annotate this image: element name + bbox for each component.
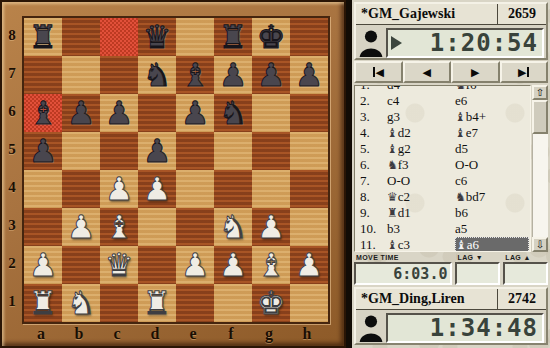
top-player-name-row: *GM_Gajewski 2659	[356, 4, 546, 25]
move-cell-1-black[interactable]: ♞f6	[455, 85, 529, 93]
square-f8[interactable]: ♜	[214, 18, 252, 56]
black-pawn-c6: ♟	[100, 94, 138, 132]
move-row-5: 5.♝g2d5	[355, 141, 530, 157]
move-cell-3-black[interactable]: ♝b4+	[455, 109, 529, 125]
top-player-lcd-clock: 1:20:54	[386, 28, 544, 58]
white-knight-f3: ♞	[214, 208, 252, 246]
square-d1[interactable]: ♜	[138, 284, 176, 322]
square-d7[interactable]: ♞	[138, 56, 176, 94]
move-list-scrollbar[interactable]: ⇧ ⇩	[532, 85, 548, 252]
move-cell-8-black[interactable]: ♞bd7	[455, 189, 529, 205]
white-bishop-c3: ♝	[100, 208, 138, 246]
square-d8[interactable]: ♛	[138, 18, 176, 56]
move-number: 3.	[355, 109, 387, 125]
figurine-b-icon: ♝	[455, 110, 466, 124]
move-cell-2-black[interactable]: e6	[455, 93, 529, 109]
square-c7[interactable]	[100, 56, 138, 94]
lag-received-group: LAG ▼	[455, 253, 500, 285]
move-cell-10-white[interactable]: b3	[387, 221, 455, 237]
square-b4[interactable]	[62, 170, 100, 208]
move-row-8: 8.♛c2♞bd7	[355, 189, 530, 205]
black-pawn-b6: ♟	[62, 94, 100, 132]
top-player-name: *GM_Gajewski	[356, 4, 497, 24]
black-knight-f6: ♞	[214, 94, 252, 132]
bottom-player-clock-row: 1:34:48	[356, 310, 546, 346]
square-e3[interactable]	[176, 208, 214, 246]
move-cell-4-white[interactable]: ♝d2	[387, 125, 455, 141]
rank-label-3: 3	[2, 206, 22, 244]
move-cell-4-black[interactable]: ♝e7	[455, 125, 529, 141]
square-h1[interactable]	[290, 284, 328, 322]
move-cell-10-black[interactable]: a5	[455, 221, 529, 237]
square-a6[interactable]: ♝	[24, 94, 62, 132]
black-queen-d8: ♛	[138, 18, 176, 56]
white-rook-a1: ♜	[24, 284, 62, 322]
square-g6[interactable]	[252, 94, 290, 132]
skip-to-end-icon: ▶	[518, 67, 526, 78]
move-time-field: 6:03.0	[354, 262, 452, 285]
square-f6[interactable]: ♞	[214, 94, 252, 132]
square-b2[interactable]	[62, 246, 100, 284]
file-label-b: b	[60, 322, 98, 348]
square-e2[interactable]: ♟	[176, 246, 214, 284]
white-pawn-g3: ♟	[252, 208, 290, 246]
rank-label-7: 7	[2, 54, 22, 92]
top-player-clock-row: 1:20:54	[356, 25, 546, 61]
file-label-a: a	[22, 322, 60, 348]
rank-label-1: 1	[2, 282, 22, 320]
figurine-b-icon: ♝	[455, 126, 466, 140]
move-row-2: 2.c4e6	[355, 93, 530, 109]
white-pawn-f2: ♟	[214, 246, 252, 284]
square-g7[interactable]: ♟	[252, 56, 290, 94]
move-cell-11-white[interactable]: ♝c3	[387, 237, 455, 252]
white-pawn-d4: ♟	[138, 170, 176, 208]
figurine-n-icon: ♞	[387, 158, 398, 172]
square-g8[interactable]: ♚	[252, 18, 290, 56]
black-pawn-h7: ♟	[290, 56, 328, 94]
step-back-icon: ◀	[423, 67, 431, 78]
step-forward-icon: ▶	[471, 67, 479, 78]
figurine-n-icon: ♞	[455, 190, 466, 204]
skip-to-start-icon: ◀	[376, 67, 384, 78]
move-cell-9-black[interactable]: b6	[455, 205, 529, 221]
lag-received-field	[455, 262, 500, 285]
square-d4[interactable]: ♟	[138, 170, 176, 208]
square-c1[interactable]	[100, 284, 138, 322]
rank-label-2: 2	[2, 244, 22, 282]
game-panel: *GM_Gajewski 2659 1:20:54 ◀◀▶▶ 1.d4♞f62.…	[351, 0, 550, 348]
square-c6[interactable]: ♟	[100, 94, 138, 132]
nav-previous-button[interactable]: ◀	[403, 61, 452, 83]
square-a4[interactable]	[24, 170, 62, 208]
square-a5[interactable]: ♟	[24, 132, 62, 170]
chess-board: ♜♛♜♚♞♝♟♟♟♝♟♟♟♞♟♟♟♟♟♝♞♟♟♛♟♟♝♟♜♞♜♚	[22, 16, 330, 324]
rank-label-5: 5	[2, 130, 22, 168]
square-b6[interactable]: ♟	[62, 94, 100, 132]
scroll-up-icon[interactable]: ⇧	[532, 85, 548, 100]
black-king-g8: ♚	[252, 18, 290, 56]
move-cell-9-white[interactable]: ♜d1	[387, 205, 455, 221]
white-pawn-e2: ♟	[176, 246, 214, 284]
square-f1[interactable]	[214, 284, 252, 322]
square-f4[interactable]	[214, 170, 252, 208]
black-bishop-a6: ♝	[24, 94, 62, 132]
figurine-b-icon: ♝	[387, 126, 398, 140]
bottom-player-name-row: *GM_Ding,Liren 2742	[356, 289, 546, 310]
black-rook-f8: ♜	[214, 18, 252, 56]
white-pawn-h2: ♟	[290, 246, 328, 284]
white-rook-d1: ♜	[138, 284, 176, 322]
move-number: 11.	[355, 237, 387, 252]
square-b3[interactable]: ♟	[62, 208, 100, 246]
black-pawn-d5: ♟	[138, 132, 176, 170]
rank-label-6: 6	[2, 92, 22, 130]
square-d5[interactable]: ♟	[138, 132, 176, 170]
move-cell-5-white[interactable]: ♝g2	[387, 141, 455, 157]
square-c5[interactable]	[100, 132, 138, 170]
black-bishop-e7: ♝	[176, 56, 214, 94]
white-king-g1: ♚	[252, 284, 290, 322]
white-pawn-b3: ♟	[62, 208, 100, 246]
black-rook-a8: ♜	[24, 18, 62, 56]
square-c3[interactable]: ♝	[100, 208, 138, 246]
move-number: 9.	[355, 205, 387, 221]
black-knight-d7: ♞	[138, 56, 176, 94]
square-d2[interactable]	[138, 246, 176, 284]
square-f5[interactable]	[214, 132, 252, 170]
move-number: 8.	[355, 189, 387, 205]
square-g4[interactable]	[252, 170, 290, 208]
square-a2[interactable]: ♟	[24, 246, 62, 284]
move-cell-7-black[interactable]: c6	[455, 173, 529, 189]
move-row-3: 3.g3♝b4+	[355, 109, 530, 125]
person-icon	[358, 313, 384, 343]
rank-label-8: 8	[2, 16, 22, 54]
bottom-player-name: *GM_Ding,Liren	[356, 289, 497, 309]
move-row-7: 7.O-Oc6	[355, 173, 530, 189]
move-cell-8-white[interactable]: ♛c2	[387, 189, 455, 205]
chess-board-frame: 87654321 ♜♛♜♚♞♝♟♟♟♝♟♟♟♞♟♟♟♟♟♝♞♟♟♛♟♟♝♟♜♞♜…	[0, 0, 346, 348]
square-e5[interactable]	[176, 132, 214, 170]
move-cell-7-white[interactable]: O-O	[387, 173, 455, 189]
square-e6[interactable]: ♟	[176, 94, 214, 132]
move-cell-6-white[interactable]: ♞f3	[387, 157, 455, 173]
square-e1[interactable]	[176, 284, 214, 322]
black-pawn-e6: ♟	[176, 94, 214, 132]
turn-indicator-icon	[391, 36, 402, 50]
white-pawn-a2: ♟	[24, 246, 62, 284]
move-number: 1.	[355, 85, 387, 93]
square-e7[interactable]: ♝	[176, 56, 214, 94]
square-h8[interactable]	[290, 18, 328, 56]
file-label-d: d	[136, 322, 174, 348]
white-queen-c2: ♛	[100, 246, 138, 284]
top-player-rating: 2659	[497, 4, 546, 24]
lag-sent-field	[503, 262, 548, 285]
file-label-e: e	[174, 322, 212, 348]
square-h6[interactable]	[290, 94, 328, 132]
white-bishop-g2: ♝	[252, 246, 290, 284]
square-h7[interactable]: ♟	[290, 56, 328, 94]
figurine-n-icon: ♞	[455, 85, 466, 92]
square-h2[interactable]: ♟	[290, 246, 328, 284]
nav-first-button[interactable]: ◀	[354, 61, 403, 83]
figurine-b-icon: ♝	[387, 142, 398, 156]
square-d3[interactable]	[138, 208, 176, 246]
move-number: 5.	[355, 141, 387, 157]
move-cell-5-black[interactable]: d5	[455, 141, 529, 157]
figurine-q-icon: ♛	[387, 190, 398, 204]
lag-received-label: LAG ▼	[455, 253, 500, 262]
top-player-time: 1:20:54	[402, 29, 542, 57]
file-label-h: h	[288, 322, 326, 348]
square-e8[interactable]	[176, 18, 214, 56]
bottom-player-rating: 2742	[497, 289, 546, 309]
move-row-9: 9.♜d1b6	[355, 205, 530, 221]
square-c4[interactable]: ♟	[100, 170, 138, 208]
file-labels: abcdefgh	[22, 322, 326, 348]
lag-sent-group: LAG ▲	[503, 253, 548, 285]
move-number: 2.	[355, 93, 387, 109]
square-h4[interactable]	[290, 170, 328, 208]
scrollbar-track[interactable]	[532, 134, 548, 237]
bottom-player-clock-block: *GM_Ding,Liren 2742 1:34:48	[354, 287, 548, 345]
square-b1[interactable]: ♞	[62, 284, 100, 322]
square-d6[interactable]	[138, 94, 176, 132]
square-a3[interactable]	[24, 208, 62, 246]
black-pawn-f7: ♟	[214, 56, 252, 94]
move-cell-3-white[interactable]: g3	[387, 109, 455, 125]
square-h3[interactable]	[290, 208, 328, 246]
square-c2[interactable]: ♛	[100, 246, 138, 284]
black-pawn-g7: ♟	[252, 56, 290, 94]
file-label-f: f	[212, 322, 250, 348]
move-cell-1-white[interactable]: d4	[387, 85, 455, 93]
move-number: 6.	[355, 157, 387, 173]
move-number: 10.	[355, 221, 387, 237]
nav-last-button[interactable]: ▶	[500, 61, 549, 83]
bottom-player-lcd-clock: 1:34:48	[386, 313, 544, 343]
top-player-clock-block: *GM_Gajewski 2659 1:20:54	[354, 2, 548, 60]
square-a7[interactable]	[24, 56, 62, 94]
move-cell-6-black[interactable]: O-O	[455, 157, 529, 173]
move-list: 1.d4♞f62.c4e63.g3♝b4+4.♝d2♝e75.♝g2d56.♞f…	[354, 85, 531, 252]
square-f2[interactable]: ♟	[214, 246, 252, 284]
square-g1[interactable]: ♚	[252, 284, 290, 322]
figurine-b-icon: ♝	[387, 238, 398, 252]
move-list-area: 1.d4♞f62.c4e63.g3♝b4+4.♝d2♝e75.♝g2d56.♞f…	[354, 85, 548, 252]
square-f7[interactable]: ♟	[214, 56, 252, 94]
move-time-group: MOVE TIME 6:03.0	[354, 253, 452, 285]
file-label-c: c	[98, 322, 136, 348]
move-number: 7.	[355, 173, 387, 189]
square-g5[interactable]	[252, 132, 290, 170]
move-time-label: MOVE TIME	[354, 253, 452, 262]
white-pawn-c4: ♟	[100, 170, 138, 208]
square-a8[interactable]: ♜	[24, 18, 62, 56]
move-cell-2-white[interactable]: c4	[387, 93, 455, 109]
scrollbar-thumb[interactable]	[532, 100, 548, 134]
white-knight-b1: ♞	[62, 284, 100, 322]
square-e4[interactable]	[176, 170, 214, 208]
move-row-11: 11.♝c3♝a6	[355, 237, 530, 252]
square-c8[interactable]	[100, 18, 138, 56]
move-row-1: 1.d4♞f6	[355, 85, 530, 93]
scroll-down-icon[interactable]: ⇩	[532, 237, 548, 252]
move-row-4: 4.♝d2♝e7	[355, 125, 530, 141]
square-g3[interactable]: ♟	[252, 208, 290, 246]
move-cell-11-black[interactable]: ♝a6	[455, 237, 529, 252]
figurine-b-icon: ♝	[456, 238, 467, 252]
square-b7[interactable]	[62, 56, 100, 94]
file-label-g: g	[250, 322, 288, 348]
square-a1[interactable]: ♜	[24, 284, 62, 322]
black-pawn-a5: ♟	[24, 132, 62, 170]
square-b5[interactable]	[62, 132, 100, 170]
rank-label-4: 4	[2, 168, 22, 206]
lag-sent-label: LAG ▲	[503, 253, 548, 262]
move-row-10: 10.b3a5	[355, 221, 530, 237]
square-h5[interactable]	[290, 132, 328, 170]
person-icon	[358, 28, 384, 58]
rank-labels: 87654321	[2, 16, 22, 320]
move-navigation-bar: ◀◀▶▶	[354, 61, 548, 83]
figurine-r-icon: ♜	[387, 206, 398, 220]
square-g2[interactable]: ♝	[252, 246, 290, 284]
move-number: 4.	[355, 125, 387, 141]
move-row-6: 6.♞f3O-O	[355, 157, 530, 173]
square-b8[interactable]	[62, 18, 100, 56]
bottom-player-time: 1:34:48	[402, 314, 542, 342]
nav-next-button[interactable]: ▶	[451, 61, 500, 83]
status-row: MOVE TIME 6:03.0 LAG ▼ LAG ▲	[354, 253, 548, 285]
square-f3[interactable]: ♞	[214, 208, 252, 246]
